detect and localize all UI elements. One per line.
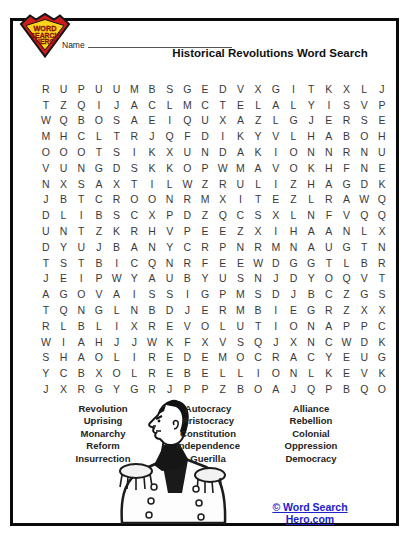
grid-cell-r13c9: B xyxy=(179,271,197,287)
grid-cell-r4c11: I xyxy=(214,128,232,144)
grid-cell-r17c6: J xyxy=(125,334,143,350)
grid-cell-r19c11: L xyxy=(214,365,232,381)
grid-cell-r8c16: L xyxy=(302,192,320,208)
grid-cell-r5c20: U xyxy=(373,144,391,160)
grid-cell-r20c16: Q xyxy=(302,381,320,397)
grid-cell-r12c19: B xyxy=(355,255,373,271)
grid-cell-r11c12: N xyxy=(232,239,250,255)
grid-cell-r18c1: S xyxy=(37,350,55,366)
grid-cell-r6c11: W xyxy=(214,160,232,176)
grid-cell-r4c1: M xyxy=(37,128,55,144)
grid-cell-r9c20: Q xyxy=(373,207,391,223)
grid-cell-r10c12: Z xyxy=(232,223,250,239)
grid-cell-r7c9: W xyxy=(179,176,197,192)
grid-cell-r11c19: T xyxy=(355,239,373,255)
grid-cell-r4c18: B xyxy=(338,128,356,144)
grid-cell-r9c8: P xyxy=(161,207,179,223)
grid-cell-r6c12: M xyxy=(232,160,250,176)
grid-cell-r7c16: H xyxy=(302,176,320,192)
grid-cell-r2c10: C xyxy=(196,97,214,113)
grid-cell-r4c3: C xyxy=(72,128,90,144)
grid-cell-r5c12: A xyxy=(232,144,250,160)
grid-cell-r10c14: I xyxy=(267,223,285,239)
grid-cell-r14c12: M xyxy=(232,286,250,302)
grid-cell-r6c20: E xyxy=(373,160,391,176)
grid-cell-r12c10: F xyxy=(196,255,214,271)
grid-cell-r5c7: K xyxy=(143,144,161,160)
grid-cell-r12c20: R xyxy=(373,255,391,271)
grid-cell-r18c4: O xyxy=(90,350,108,366)
grid-cell-r10c11: E xyxy=(214,223,232,239)
grid-cell-r6c15: O xyxy=(285,160,303,176)
grid-cell-r15c16: G xyxy=(302,302,320,318)
grid-cell-r13c12: S xyxy=(232,271,250,287)
grid-cell-r13c17: O xyxy=(320,271,338,287)
grid-cell-r5c8: X xyxy=(161,144,179,160)
grid-cell-r9c12: C xyxy=(232,207,250,223)
grid-cell-r11c8: Y xyxy=(161,239,179,255)
grid-cell-r14c9: I xyxy=(179,286,197,302)
grid-cell-r11c11: P xyxy=(214,239,232,255)
grid-cell-r19c2: C xyxy=(55,365,73,381)
grid-cell-r8c7: O xyxy=(143,192,161,208)
grid-cell-r3c16: J xyxy=(302,113,320,129)
grid-cell-r7c11: R xyxy=(214,176,232,192)
grid-cell-r3c8: I xyxy=(161,113,179,129)
grid-cell-r11c1: D xyxy=(37,239,55,255)
grid-cell-r9c17: F xyxy=(320,207,338,223)
grid-cell-r12c8: N xyxy=(161,255,179,271)
grid-cell-r17c3: A xyxy=(72,334,90,350)
grid-cell-r17c13: Q xyxy=(249,334,267,350)
grid-cell-r14c2: G xyxy=(55,286,73,302)
grid-cell-r11c5: B xyxy=(108,239,126,255)
grid-cell-r16c6: X xyxy=(125,318,143,334)
grid-cell-r3c11: X xyxy=(214,113,232,129)
grid-cell-r7c2: X xyxy=(55,176,73,192)
grid-cell-r13c3: I xyxy=(72,271,90,287)
grid-cell-r19c16: L xyxy=(302,365,320,381)
grid-cell-r13c13: N xyxy=(249,271,267,287)
grid-cell-r14c16: B xyxy=(302,286,320,302)
grid-cell-r3c9: Q xyxy=(179,113,197,129)
grid-cell-r12c1: T xyxy=(37,255,55,271)
grid-cell-r14c20: S xyxy=(373,286,391,302)
grid-cell-r18c2: H xyxy=(55,350,73,366)
grid-cell-r19c3: B xyxy=(72,365,90,381)
grid-cell-r1c1: R xyxy=(37,81,55,97)
grid-cell-r17c17: C xyxy=(320,334,338,350)
grid-cell-r20c14: A xyxy=(267,381,285,397)
grid-cell-r2c9: M xyxy=(179,97,197,113)
grid-cell-r18c15: A xyxy=(285,350,303,366)
grid-cell-r20c12: B xyxy=(232,381,250,397)
grid-cell-r1c12: V xyxy=(232,81,250,97)
grid-cell-r16c16: N xyxy=(302,318,320,334)
grid-cell-r16c5: I xyxy=(108,318,126,334)
grid-cell-r20c9: P xyxy=(179,381,197,397)
grid-cell-r19c14: O xyxy=(267,365,285,381)
grid-cell-r20c10: P xyxy=(196,381,214,397)
grid-cell-r12c15: G xyxy=(285,255,303,271)
grid-cell-r11c17: U xyxy=(320,239,338,255)
grid-cell-r12c4: B xyxy=(90,255,108,271)
grid-cell-r1c15: I xyxy=(285,81,303,97)
grid-cell-r7c3: S xyxy=(72,176,90,192)
grid-cell-r18c8: E xyxy=(161,350,179,366)
grid-cell-r6c19: N xyxy=(355,160,373,176)
grid-cell-r8c18: A xyxy=(338,192,356,208)
grid-cell-r12c12: E xyxy=(232,255,250,271)
grid-cell-r18c9: D xyxy=(179,350,197,366)
grid-cell-r6c7: K xyxy=(143,160,161,176)
grid-cell-r7c8: L xyxy=(161,176,179,192)
grid-cell-r6c17: H xyxy=(320,160,338,176)
word-colonial: Colonial xyxy=(251,428,371,440)
grid-cell-r7c15: Z xyxy=(285,176,303,192)
grid-cell-r14c15: J xyxy=(285,286,303,302)
grid-cell-r9c3: I xyxy=(72,207,90,223)
grid-cell-r15c7: B xyxy=(143,302,161,318)
grid-cell-r11c7: N xyxy=(143,239,161,255)
word-uprising: Uprising xyxy=(43,415,163,427)
word-list-column-2: AutocracyAristocracyConstitutionIndepend… xyxy=(148,403,268,465)
grid-cell-r12c13: W xyxy=(249,255,267,271)
grid-cell-r15c18: Z xyxy=(338,302,356,318)
word-aristocracy: Aristocracy xyxy=(148,415,268,427)
grid-cell-r11c20: N xyxy=(373,239,391,255)
grid-cell-r10c20: X xyxy=(373,223,391,239)
grid-cell-r10c10: E xyxy=(196,223,214,239)
grid-cell-r2c6: A xyxy=(125,97,143,113)
grid-cell-r16c2: L xyxy=(55,318,73,334)
grid-cell-r9c19: Q xyxy=(355,207,373,223)
grid-cell-r14c14: D xyxy=(267,286,285,302)
grid-cell-r4c12: K xyxy=(232,128,250,144)
grid-cell-r1c5: U xyxy=(108,81,126,97)
word-guerilla: Guerilla xyxy=(148,453,268,465)
logo-search: SEARCH xyxy=(31,32,60,39)
grid-cell-r8c20: Q xyxy=(373,192,391,208)
grid-cell-r8c15: Z xyxy=(285,192,303,208)
grid-cell-r8c14: E xyxy=(267,192,285,208)
grid-cell-r17c1: W xyxy=(37,334,55,350)
grid-cell-r9c5: S xyxy=(108,207,126,223)
grid-cell-r3c10: U xyxy=(196,113,214,129)
grid-cell-r18c13: C xyxy=(249,350,267,366)
grid-cell-r7c13: L xyxy=(249,176,267,192)
grid-cell-r5c15: O xyxy=(285,144,303,160)
grid-cell-r2c16: Y xyxy=(302,97,320,113)
grid-cell-r1c8: S xyxy=(161,81,179,97)
grid-cell-r10c8: V xyxy=(161,223,179,239)
grid-cell-r16c17: A xyxy=(320,318,338,334)
grid-cell-r2c8: L xyxy=(161,97,179,113)
grid-cell-r2c19: V xyxy=(355,97,373,113)
grid-cell-r18c17: Y xyxy=(320,350,338,366)
logo-hero: HERO xyxy=(35,38,56,45)
word-monarchy: Monarchy xyxy=(43,428,163,440)
grid-cell-r16c20: C xyxy=(373,318,391,334)
grid-cell-r9c7: X xyxy=(143,207,161,223)
grid-cell-r10c7: H xyxy=(143,223,161,239)
grid-cell-r18c19: U xyxy=(355,350,373,366)
grid-cell-r13c16: Y xyxy=(302,271,320,287)
grid-cell-r14c5: A xyxy=(108,286,126,302)
grid-cell-r13c11: U xyxy=(214,271,232,287)
grid-cell-r2c20: P xyxy=(373,97,391,113)
grid-cell-r20c3: R xyxy=(72,381,90,397)
grid-cell-r2c11: T xyxy=(214,97,232,113)
grid-cell-r18c16: C xyxy=(302,350,320,366)
grid-cell-r15c5: L xyxy=(108,302,126,318)
grid-cell-r1c6: M xyxy=(125,81,143,97)
grid-cell-r13c19: V xyxy=(355,271,373,287)
grid-cell-r5c17: N xyxy=(320,144,338,160)
grid-cell-r20c15: J xyxy=(285,381,303,397)
grid-cell-r6c6: S xyxy=(125,160,143,176)
grid-cell-r6c16: K xyxy=(302,160,320,176)
grid-cell-r13c10: Y xyxy=(196,271,214,287)
grid-cell-r1c13: X xyxy=(249,81,267,97)
grid-cell-r15c3: N xyxy=(72,302,90,318)
grid-cell-r4c4: L xyxy=(90,128,108,144)
grid-cell-r20c18: B xyxy=(338,381,356,397)
grid-cell-r1c11: D xyxy=(214,81,232,97)
grid-cell-r14c4: V xyxy=(90,286,108,302)
grid-cell-r14c11: P xyxy=(214,286,232,302)
grid-cell-r19c10: E xyxy=(196,365,214,381)
grid-cell-r18c6: I xyxy=(125,350,143,366)
grid-cell-r13c1: J xyxy=(37,271,55,287)
grid-cell-r13c15: D xyxy=(285,271,303,287)
grid-cell-r17c16: N xyxy=(302,334,320,350)
grid-cell-r9c2: L xyxy=(55,207,73,223)
grid-cell-r15c14: I xyxy=(267,302,285,318)
grid-cell-r1c7: B xyxy=(143,81,161,97)
grid-cell-r5c10: N xyxy=(196,144,214,160)
word-alliance: Alliance xyxy=(251,403,371,415)
grid-cell-r12c5: I xyxy=(108,255,126,271)
grid-cell-r5c9: U xyxy=(179,144,197,160)
grid-cell-r9c13: S xyxy=(249,207,267,223)
grid-cell-r11c14: M xyxy=(267,239,285,255)
grid-cell-r5c3: O xyxy=(72,144,90,160)
grid-cell-r11c9: C xyxy=(179,239,197,255)
grid-cell-r1c20: J xyxy=(373,81,391,97)
grid-cell-r19c4: X xyxy=(90,365,108,381)
grid-cell-r20c5: Y xyxy=(108,381,126,397)
grid-cell-r8c10: M xyxy=(196,192,214,208)
grid-cell-r8c19: W xyxy=(355,192,373,208)
word-democracy: Democracy xyxy=(251,453,371,465)
grid-cell-r2c4: I xyxy=(90,97,108,113)
grid-cell-r16c10: O xyxy=(196,318,214,334)
grid-cell-r5c16: N xyxy=(302,144,320,160)
grid-cell-r2c14: A xyxy=(267,97,285,113)
word-constitution: Constitution xyxy=(148,428,268,440)
grid-cell-r9c16: N xyxy=(302,207,320,223)
grid-cell-r4c8: Q xyxy=(161,128,179,144)
grid-cell-r3c4: O xyxy=(90,113,108,129)
grid-cell-r8c8: N xyxy=(161,192,179,208)
grid-cell-r15c9: J xyxy=(179,302,197,318)
grid-cell-r18c11: M xyxy=(214,350,232,366)
grid-cell-r16c4: L xyxy=(90,318,108,334)
grid-cell-r15c6: N xyxy=(125,302,143,318)
grid-cell-r9c4: B xyxy=(90,207,108,223)
grid-cell-r13c7: A xyxy=(143,271,161,287)
grid-cell-r16c3: B xyxy=(72,318,90,334)
grid-cell-r4c20: H xyxy=(373,128,391,144)
grid-cell-r17c8: K xyxy=(161,334,179,350)
grid-cell-r6c14: V xyxy=(267,160,285,176)
grid-cell-r6c2: U xyxy=(55,160,73,176)
grid-cell-r8c9: R xyxy=(179,192,197,208)
grid-cell-r16c14: I xyxy=(267,318,285,334)
grid-cell-r2c15: L xyxy=(285,97,303,113)
word-reform: Reform xyxy=(43,440,163,452)
grid-cell-r11c13: R xyxy=(249,239,267,255)
grid-cell-r19c5: O xyxy=(108,365,126,381)
grid-cell-r19c17: K xyxy=(320,365,338,381)
grid-cell-r12c11: E xyxy=(214,255,232,271)
grid-cell-r18c7: R xyxy=(143,350,161,366)
grid-cell-r17c11: V xyxy=(214,334,232,350)
grid-cell-r16c13: T xyxy=(249,318,267,334)
grid-cell-r4c6: R xyxy=(125,128,143,144)
word-search-hero-link[interactable]: © Word Search Hero.com xyxy=(250,501,370,525)
grid-cell-r15c10: E xyxy=(196,302,214,318)
grid-cell-r3c1: W xyxy=(37,113,55,129)
grid-cell-r12c2: S xyxy=(55,255,73,271)
grid-cell-r9c10: Z xyxy=(196,207,214,223)
grid-cell-r18c5: L xyxy=(108,350,126,366)
grid-cell-r7c19: D xyxy=(355,176,373,192)
grid-cell-r16c19: P xyxy=(355,318,373,334)
grid-cell-r8c3: T xyxy=(72,192,90,208)
grid-cell-r12c18: L xyxy=(338,255,356,271)
grid-cell-r13c5: W xyxy=(108,271,126,287)
grid-cell-r20c19: Q xyxy=(355,381,373,397)
grid-cell-r8c2: B xyxy=(55,192,73,208)
grid-cell-r1c17: K xyxy=(320,81,338,97)
grid-cell-r11c6: A xyxy=(125,239,143,255)
grid-cell-r3c5: S xyxy=(108,113,126,129)
grid-cell-r10c13: X xyxy=(249,223,267,239)
grid-cell-r7c5: X xyxy=(108,176,126,192)
grid-cell-r20c2: X xyxy=(55,381,73,397)
grid-cell-r19c12: L xyxy=(232,365,250,381)
grid-cell-r4c14: V xyxy=(267,128,285,144)
grid-cell-r8c4: C xyxy=(90,192,108,208)
grid-cell-r9c1: D xyxy=(37,207,55,223)
grid-cell-r14c6: I xyxy=(125,286,143,302)
grid-cell-r7c4: A xyxy=(90,176,108,192)
grid-cell-r15c13: B xyxy=(249,302,267,318)
grid-cell-r15c15: E xyxy=(285,302,303,318)
grid-cell-r16c1: R xyxy=(37,318,55,334)
grid-cell-r18c14: R xyxy=(267,350,285,366)
grid-cell-r3c20: E xyxy=(373,113,391,129)
grid-cell-r8c1: J xyxy=(37,192,55,208)
grid-cell-r17c5: J xyxy=(108,334,126,350)
grid-cell-r3c15: G xyxy=(285,113,303,129)
grid-cell-r5c19: N xyxy=(355,144,373,160)
grid-cell-r13c8: U xyxy=(161,271,179,287)
grid-cell-r17c20: K xyxy=(373,334,391,350)
grid-cell-r8c6: O xyxy=(125,192,143,208)
grid-cell-r16c9: V xyxy=(179,318,197,334)
grid-cell-r2c2: Z xyxy=(55,97,73,113)
grid-cell-r17c19: D xyxy=(355,334,373,350)
grid-cell-r4c19: O xyxy=(355,128,373,144)
grid-cell-r3c6: A xyxy=(125,113,143,129)
worksheet-page: WORD SEARCH HERO Name Historical Revolut… xyxy=(0,0,416,539)
grid-cell-r19c19: V xyxy=(355,365,373,381)
grid-cell-r15c8: D xyxy=(161,302,179,318)
grid-cell-r11c4: J xyxy=(90,239,108,255)
grid-cell-r3c13: Z xyxy=(249,113,267,129)
grid-cell-r5c2: O xyxy=(55,144,73,160)
grid-cell-r19c13: I xyxy=(249,365,267,381)
grid-cell-r4c10: D xyxy=(196,128,214,144)
grid-cell-r10c2: N xyxy=(55,223,73,239)
grid-cell-r18c18: E xyxy=(338,350,356,366)
grid-cell-r2c18: S xyxy=(338,97,356,113)
grid-cell-r16c12: U xyxy=(232,318,250,334)
grid-cell-r15c17: R xyxy=(320,302,338,318)
grid-cell-r7c7: I xyxy=(143,176,161,192)
grid-cell-r15c11: R xyxy=(214,302,232,318)
grid-cell-r7c17: A xyxy=(320,176,338,192)
grid-cell-r20c11: Z xyxy=(214,381,232,397)
grid-cell-r1c14: G xyxy=(267,81,285,97)
grid-cell-r4c15: L xyxy=(285,128,303,144)
word-oppression: Oppression xyxy=(251,440,371,452)
grid-cell-r11c18: G xyxy=(338,239,356,255)
grid-cell-r13c6: Y xyxy=(125,271,143,287)
grid-cell-r11c16: A xyxy=(302,239,320,255)
grid-cell-r15c1: T xyxy=(37,302,55,318)
grid-cell-r9c18: V xyxy=(338,207,356,223)
grid-cell-r12c3: T xyxy=(72,255,90,271)
grid-cell-r5c13: K xyxy=(249,144,267,160)
grid-cell-r16c11: L xyxy=(214,318,232,334)
grid-cell-r7c18: G xyxy=(338,176,356,192)
grid-cell-r11c10: R xyxy=(196,239,214,255)
grid-cell-r17c15: X xyxy=(285,334,303,350)
grid-cell-r2c5: J xyxy=(108,97,126,113)
grid-cell-r2c13: L xyxy=(249,97,267,113)
grid-cell-r6c13: A xyxy=(249,160,267,176)
grid-cell-r12c16: G xyxy=(302,255,320,271)
grid-cell-r10c15: H xyxy=(285,223,303,239)
grid-cell-r3c17: E xyxy=(320,113,338,129)
grid-cell-r7c1: N xyxy=(37,176,55,192)
grid-cell-r15c12: M xyxy=(232,302,250,318)
grid-cell-r3c18: R xyxy=(338,113,356,129)
grid-cell-r19c1: Y xyxy=(37,365,55,381)
grid-cell-r17c18: W xyxy=(338,334,356,350)
grid-cell-r4c9: F xyxy=(179,128,197,144)
word-search-hero-logo: WORD SEARCH HERO xyxy=(19,12,71,60)
grid-cell-r12c9: R xyxy=(179,255,197,271)
grid-cell-r14c8: S xyxy=(161,286,179,302)
grid-cell-r11c2: Y xyxy=(55,239,73,255)
word-revolution: Revolution xyxy=(43,403,163,415)
grid-cell-r15c19: X xyxy=(355,302,373,318)
